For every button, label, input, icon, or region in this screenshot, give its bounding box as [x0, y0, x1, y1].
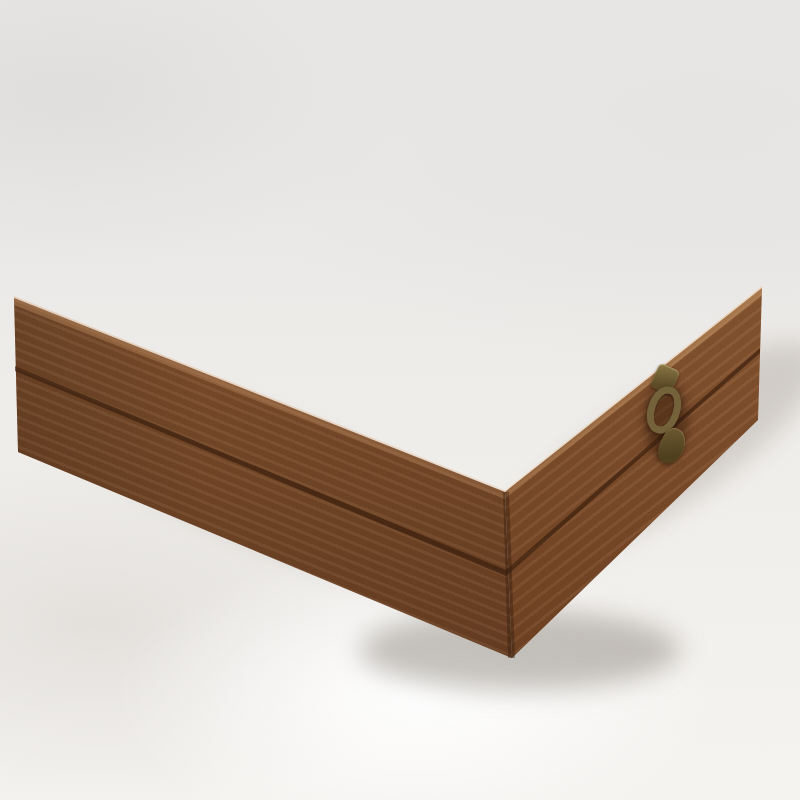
brass-clasp: [636, 366, 700, 470]
product-photo-scene: [0, 0, 800, 800]
